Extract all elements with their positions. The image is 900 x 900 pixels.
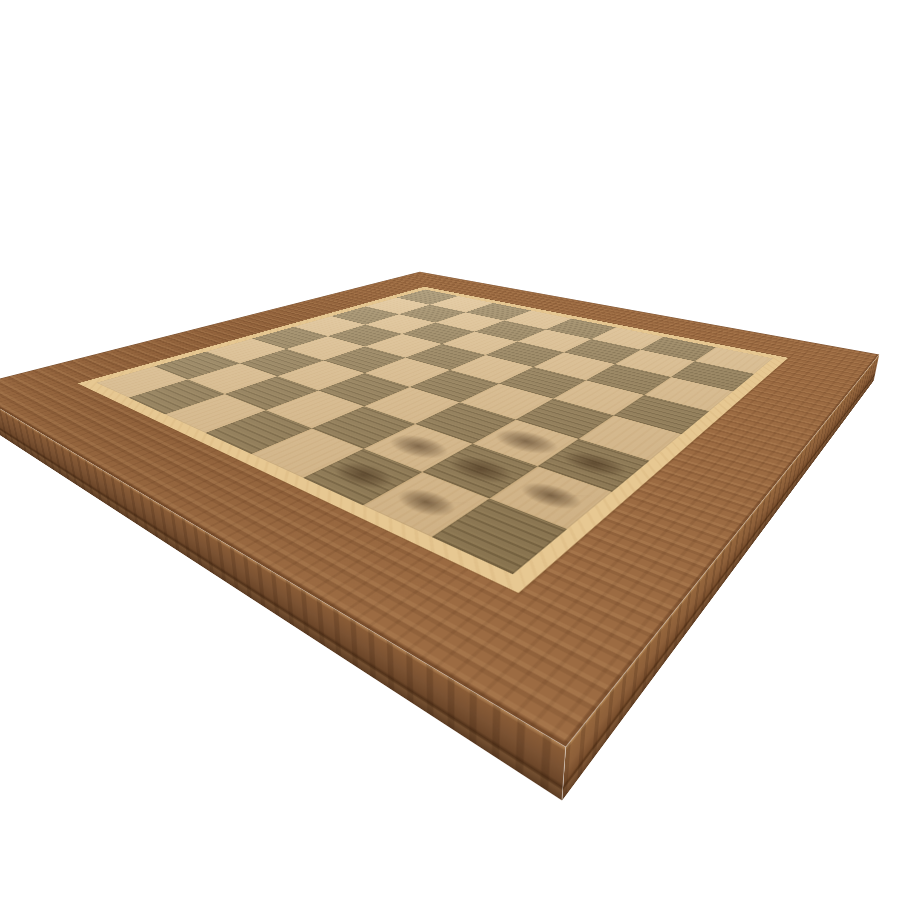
square-a7	[129, 379, 225, 414]
product-photo-scene: ♜♟♛♞♟♚♝	[0, 0, 900, 900]
piece-light-pawn: ♟	[371, 321, 482, 521]
square-a6	[165, 394, 266, 433]
piece-dark-pawn: ♟	[496, 318, 606, 515]
square-a1	[432, 498, 567, 574]
square-a8	[96, 366, 188, 397]
square-a5	[206, 410, 312, 454]
chess-board-3d: ♜♟♛♞♟♚♝	[0, 272, 879, 747]
